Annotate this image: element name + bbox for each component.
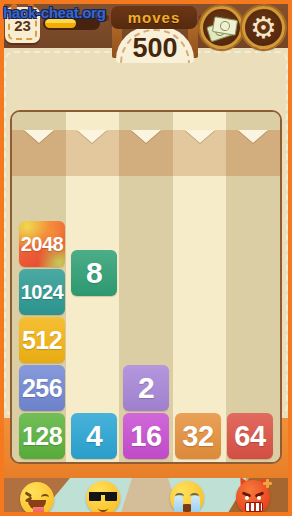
moves-ribbon: moves (111, 6, 197, 29)
tile-1024: 1024 (19, 269, 65, 315)
money-icon (208, 16, 236, 40)
tile-32: 32 (175, 413, 221, 459)
watermark-text: hack-cheat.org (3, 4, 106, 21)
tile-2: 2 (123, 365, 169, 411)
tile-512: 512 (19, 317, 65, 363)
emote-angry-devil-button[interactable] (236, 480, 270, 514)
play-area: 20481024512256128842163264 (0, 48, 292, 418)
game-board: 20481024512256128842163264 (10, 110, 282, 464)
tile-4: 4 (71, 413, 117, 459)
moves-counter: 500 (116, 26, 194, 63)
moves-label: moves (128, 9, 181, 26)
moves-value: 500 (132, 35, 177, 62)
tile-256: 256 (19, 365, 65, 411)
gear-icon: ⚙ (250, 13, 277, 43)
tile-layer: 20481024512256128842163264 (12, 112, 280, 462)
emote-tongue-wink-button[interactable] (20, 482, 54, 516)
tile-128: 128 (19, 413, 65, 459)
emote-crying-button[interactable] (170, 481, 204, 515)
money-shop-button[interactable] (200, 6, 243, 49)
anger-mark-icon (263, 479, 272, 488)
emote-bar (0, 478, 292, 516)
tile-2048: 2048 (19, 221, 65, 267)
emote-sunglasses-button[interactable] (86, 481, 120, 515)
tile-16: 16 (123, 413, 169, 459)
tile-64: 64 (227, 413, 273, 459)
app-screen: 23 moves 500 ⚙ 20481024512256 (0, 0, 292, 516)
tile-8-falling: 8 (71, 250, 117, 296)
settings-button[interactable]: ⚙ (242, 6, 285, 49)
